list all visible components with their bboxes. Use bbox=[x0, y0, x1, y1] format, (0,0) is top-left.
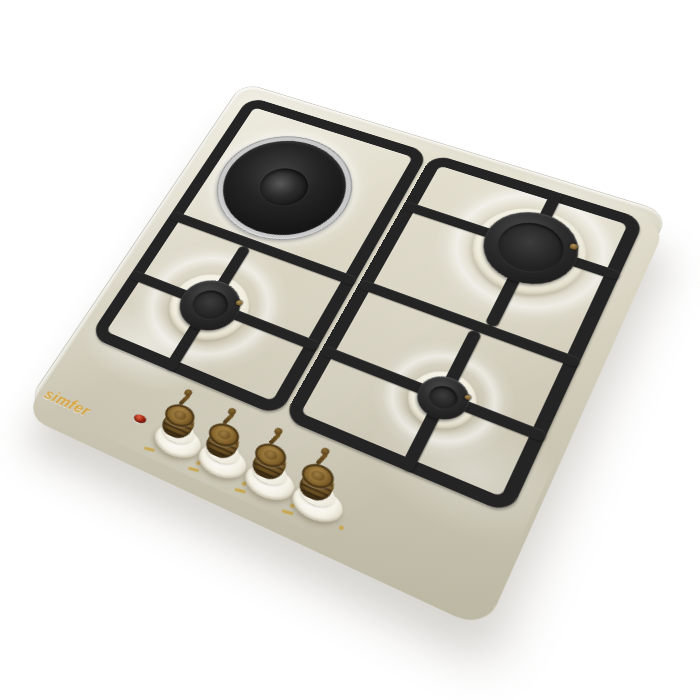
burner-cap-top bbox=[425, 382, 462, 414]
knob-marking-dash bbox=[234, 488, 246, 494]
power-indicator-lamp bbox=[132, 413, 148, 425]
hob-top-surface: simfer bbox=[28, 83, 667, 613]
knob-marking-dash bbox=[144, 446, 156, 452]
knob-marking-dash bbox=[188, 466, 200, 472]
knob-marking-dash bbox=[281, 509, 293, 515]
burner-cap-top bbox=[488, 215, 572, 281]
burner-cap-top bbox=[186, 286, 234, 325]
knob-marking-dot bbox=[338, 525, 344, 531]
product-photo-stage: simfer bbox=[0, 0, 700, 700]
brand-logo: simfer bbox=[41, 385, 94, 419]
